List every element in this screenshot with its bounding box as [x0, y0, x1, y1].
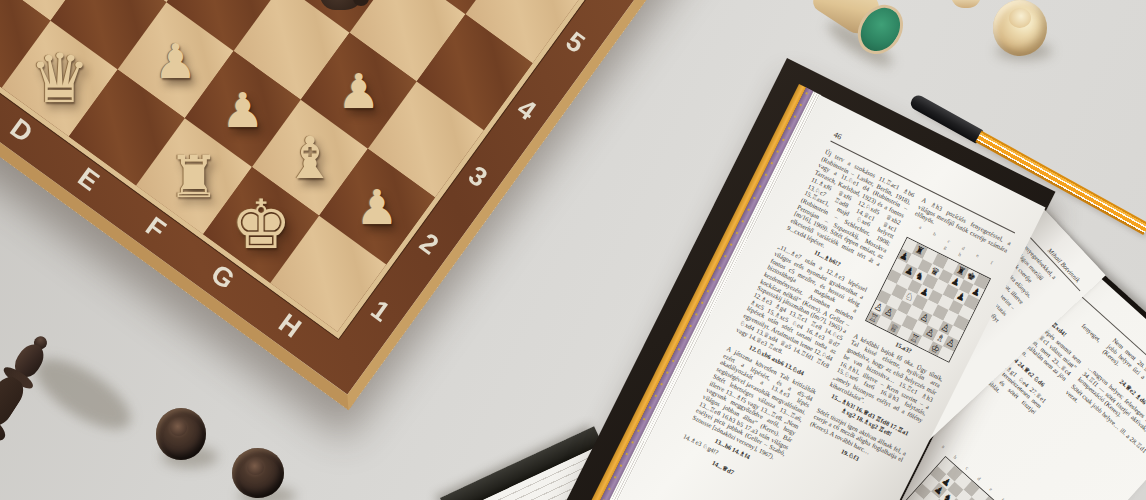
white-pawn-h2: ♟	[336, 165, 419, 248]
black-pawn-top-view	[232, 448, 284, 498]
photo-scene: ABCDEFGH12345678 ♛♟♜♟♚♝♟♟ Paul Keres sel…	[0, 0, 1146, 500]
black-pawn-top-view	[156, 408, 206, 460]
fallen-white-piece	[803, 0, 917, 67]
white-piece-fragment	[951, 0, 981, 8]
white-queen-d1: ♛	[18, 37, 101, 120]
standing-white-pawn-top-view	[993, 0, 1047, 56]
fallen-black-bishop	[0, 325, 64, 478]
white-pawn-g3: ♟	[317, 49, 400, 132]
